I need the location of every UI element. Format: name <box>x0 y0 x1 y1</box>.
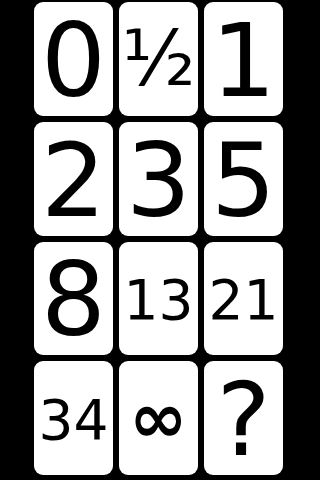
card-0[interactable]: 0 <box>34 2 113 116</box>
card-label: ∞ <box>129 383 187 453</box>
card-3[interactable]: 3 <box>119 122 198 236</box>
card-label: ? <box>216 365 270 471</box>
card-1[interactable]: 1 <box>204 2 283 116</box>
card-label: 8 <box>41 245 106 351</box>
card-half[interactable]: ½ <box>119 2 198 116</box>
card-label: 0 <box>41 6 106 112</box>
card-label: 34 <box>39 389 109 448</box>
card-2[interactable]: 2 <box>34 122 113 236</box>
card-13[interactable]: 13 <box>119 242 198 356</box>
card-infinity[interactable]: ∞ <box>119 361 198 475</box>
card-21[interactable]: 21 <box>204 242 283 356</box>
card-label: 1 <box>211 6 276 112</box>
card-label: 2 <box>41 126 106 232</box>
card-label: 13 <box>124 269 194 328</box>
card-8[interactable]: 8 <box>34 242 113 356</box>
card-34[interactable]: 34 <box>34 361 113 475</box>
card-label: 3 <box>126 126 191 232</box>
card-label: 21 <box>209 269 279 328</box>
card-label: ½ <box>122 21 196 97</box>
card-grid: 0 ½ 1 2 3 5 8 13 21 34 ∞ <box>0 0 320 480</box>
card-5[interactable]: 5 <box>204 122 283 236</box>
card-label: 5 <box>211 126 276 232</box>
card-question[interactable]: ? <box>204 361 283 475</box>
planning-poker-screen: 0 ½ 1 2 3 5 8 13 21 34 ∞ <box>0 0 320 480</box>
